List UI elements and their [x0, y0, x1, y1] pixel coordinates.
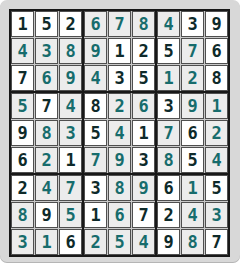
cell-r9c1[interactable]: 3 [11, 229, 34, 255]
cell-r8c8[interactable]: 4 [181, 202, 204, 228]
cell-r7c9[interactable]: 5 [205, 175, 228, 201]
cell-r5c9[interactable]: 2 [205, 120, 228, 146]
cell-r7c6[interactable]: 9 [132, 175, 155, 201]
cell-r9c4[interactable]: 2 [84, 229, 107, 255]
cell-r8c5[interactable]: 6 [108, 202, 131, 228]
cell-r2c3[interactable]: 8 [59, 38, 82, 64]
cell-r3c7[interactable]: 1 [157, 65, 180, 91]
cell-r9c2[interactable]: 1 [35, 229, 58, 255]
cell-r9c6[interactable]: 4 [132, 229, 155, 255]
cell-r2c4[interactable]: 9 [84, 38, 107, 64]
cell-r6c9[interactable]: 4 [205, 147, 228, 173]
cell-r6c8[interactable]: 5 [181, 147, 204, 173]
cell-r4c5[interactable]: 2 [108, 93, 131, 119]
cell-r3c8[interactable]: 2 [181, 65, 204, 91]
cell-r4c6[interactable]: 6 [132, 93, 155, 119]
cell-r6c4[interactable]: 7 [84, 147, 107, 173]
cell-r6c3[interactable]: 1 [59, 147, 82, 173]
box-2: 678912435 [84, 11, 155, 91]
cell-r4c2[interactable]: 7 [35, 93, 58, 119]
box-8: 389167254 [84, 175, 155, 255]
cell-r5c1[interactable]: 9 [11, 120, 34, 146]
cell-r6c7[interactable]: 8 [157, 147, 180, 173]
cell-r7c8[interactable]: 1 [181, 175, 204, 201]
cell-r6c5[interactable]: 9 [108, 147, 131, 173]
cell-r3c3[interactable]: 9 [59, 65, 82, 91]
box-4: 574983621 [11, 93, 82, 173]
cell-r4c4[interactable]: 8 [84, 93, 107, 119]
cell-r1c2[interactable]: 5 [35, 11, 58, 37]
cell-r7c7[interactable]: 6 [157, 175, 180, 201]
box-1: 152438769 [11, 11, 82, 91]
cell-r3c4[interactable]: 4 [84, 65, 107, 91]
cell-r1c9[interactable]: 9 [205, 11, 228, 37]
cell-r3c5[interactable]: 3 [108, 65, 131, 91]
cell-r9c5[interactable]: 5 [108, 229, 131, 255]
cell-r9c8[interactable]: 8 [181, 229, 204, 255]
cell-r1c4[interactable]: 6 [84, 11, 107, 37]
cell-r4c1[interactable]: 5 [11, 93, 34, 119]
cell-r2c7[interactable]: 5 [157, 38, 180, 64]
box-6: 391762854 [157, 93, 228, 173]
cell-r4c7[interactable]: 3 [157, 93, 180, 119]
cell-r3c2[interactable]: 6 [35, 65, 58, 91]
cell-r7c2[interactable]: 4 [35, 175, 58, 201]
sudoku-frame: 1524387696789124354395761285749836218265… [0, 0, 240, 262]
cell-r6c6[interactable]: 3 [132, 147, 155, 173]
cell-r2c6[interactable]: 2 [132, 38, 155, 64]
cell-r3c6[interactable]: 5 [132, 65, 155, 91]
cell-r5c5[interactable]: 4 [108, 120, 131, 146]
cell-r7c4[interactable]: 3 [84, 175, 107, 201]
sudoku-board: 1524387696789124354395761285749836218265… [9, 9, 230, 257]
cell-r4c3[interactable]: 4 [59, 93, 82, 119]
cell-r6c1[interactable]: 6 [11, 147, 34, 173]
cell-r1c7[interactable]: 4 [157, 11, 180, 37]
cell-r5c8[interactable]: 6 [181, 120, 204, 146]
cell-r6c2[interactable]: 2 [35, 147, 58, 173]
cell-r9c3[interactable]: 6 [59, 229, 82, 255]
cell-r2c2[interactable]: 3 [35, 38, 58, 64]
cell-r9c9[interactable]: 7 [205, 229, 228, 255]
cell-r8c4[interactable]: 1 [84, 202, 107, 228]
cell-r4c8[interactable]: 9 [181, 93, 204, 119]
cell-r5c6[interactable]: 1 [132, 120, 155, 146]
cell-r1c8[interactable]: 3 [181, 11, 204, 37]
cell-r1c5[interactable]: 7 [108, 11, 131, 37]
cell-r8c6[interactable]: 7 [132, 202, 155, 228]
cell-r8c1[interactable]: 8 [11, 202, 34, 228]
box-3: 439576128 [157, 11, 228, 91]
box-9: 615243987 [157, 175, 228, 255]
cell-r1c1[interactable]: 1 [11, 11, 34, 37]
cell-r8c7[interactable]: 2 [157, 202, 180, 228]
cell-r2c9[interactable]: 6 [205, 38, 228, 64]
box-5: 826541793 [84, 93, 155, 173]
cell-r4c9[interactable]: 1 [205, 93, 228, 119]
cell-r2c5[interactable]: 1 [108, 38, 131, 64]
box-7: 247895316 [11, 175, 82, 255]
cell-r7c1[interactable]: 2 [11, 175, 34, 201]
cell-r9c7[interactable]: 9 [157, 229, 180, 255]
cell-r3c9[interactable]: 8 [205, 65, 228, 91]
cell-r2c8[interactable]: 7 [181, 38, 204, 64]
cell-r5c3[interactable]: 3 [59, 120, 82, 146]
cell-r1c6[interactable]: 8 [132, 11, 155, 37]
cell-r5c7[interactable]: 7 [157, 120, 180, 146]
cell-r1c3[interactable]: 2 [59, 11, 82, 37]
cell-r8c9[interactable]: 3 [205, 202, 228, 228]
cell-r7c5[interactable]: 8 [108, 175, 131, 201]
cell-r5c4[interactable]: 5 [84, 120, 107, 146]
cell-r8c3[interactable]: 5 [59, 202, 82, 228]
cell-r3c1[interactable]: 7 [11, 65, 34, 91]
cell-r5c2[interactable]: 8 [35, 120, 58, 146]
cell-r2c1[interactable]: 4 [11, 38, 34, 64]
cell-r7c3[interactable]: 7 [59, 175, 82, 201]
cell-r8c2[interactable]: 9 [35, 202, 58, 228]
